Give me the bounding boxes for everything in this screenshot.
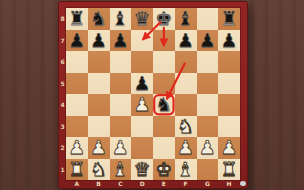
square-d8[interactable]: ♛	[131, 8, 153, 30]
square-e8[interactable]: ♚	[153, 8, 175, 30]
white-pawn-f2[interactable]: ♟	[177, 138, 194, 157]
square-f6[interactable]	[175, 51, 197, 73]
rank-label-6: 6	[59, 58, 66, 65]
square-a3[interactable]	[66, 116, 88, 138]
square-g3[interactable]	[197, 116, 219, 138]
square-f7[interactable]: ♟	[175, 30, 197, 52]
square-e4[interactable]: ♞	[153, 94, 175, 116]
square-c8[interactable]: ♝	[110, 8, 132, 30]
square-d7[interactable]	[131, 30, 153, 52]
white-bishop-f1[interactable]: ♝	[177, 159, 194, 178]
black-rook-a8[interactable]: ♜	[68, 9, 85, 28]
square-h7[interactable]: ♟	[218, 30, 240, 52]
square-b3[interactable]	[88, 116, 110, 138]
file-label-G: G	[197, 180, 219, 188]
black-pawn-b7[interactable]: ♟	[90, 30, 107, 49]
square-d1[interactable]: ♛	[131, 159, 153, 181]
square-d6[interactable]	[131, 51, 153, 73]
black-knight-e4[interactable]: ♞	[155, 95, 172, 114]
rank-label-5: 5	[59, 80, 66, 87]
square-f4[interactable]	[175, 94, 197, 116]
square-a6[interactable]	[66, 51, 88, 73]
square-f2[interactable]: ♟	[175, 137, 197, 159]
white-bishop-c1[interactable]: ♝	[112, 159, 129, 178]
rank-label-8: 8	[59, 15, 66, 22]
white-knight-b1[interactable]: ♞	[90, 159, 107, 178]
white-pawn-c2[interactable]: ♟	[112, 138, 129, 157]
rank-label-2: 2	[59, 144, 66, 151]
square-c3[interactable]	[110, 116, 132, 138]
square-b5[interactable]	[88, 73, 110, 95]
square-a4[interactable]	[66, 94, 88, 116]
square-g6[interactable]	[197, 51, 219, 73]
square-b8[interactable]: ♞	[88, 8, 110, 30]
black-queen-d8[interactable]: ♛	[134, 9, 151, 28]
white-pawn-d4[interactable]: ♟	[134, 95, 151, 114]
square-f5[interactable]	[175, 73, 197, 95]
corner-dot	[240, 181, 246, 187]
square-c2[interactable]: ♟	[110, 137, 132, 159]
square-e6[interactable]	[153, 51, 175, 73]
square-f8[interactable]: ♝	[175, 8, 197, 30]
black-rook-h8[interactable]: ♜	[221, 9, 238, 28]
square-b6[interactable]	[88, 51, 110, 73]
square-h6[interactable]	[218, 51, 240, 73]
file-label-B: B	[88, 180, 110, 188]
square-c7[interactable]: ♟	[110, 30, 132, 52]
square-b1[interactable]: ♞	[88, 159, 110, 181]
square-e2[interactable]	[153, 137, 175, 159]
square-a7[interactable]: ♟	[66, 30, 88, 52]
rank-label-1: 1	[59, 166, 66, 173]
chess-board: ♜♞♝♛♚♝♜♟♟♟♟♟♟♟♟♞♞♟♟♟♟♟♟♜♞♝♛♚♝♜ 87654321 …	[59, 2, 247, 188]
square-g1[interactable]	[197, 159, 219, 181]
square-a2[interactable]: ♟	[66, 137, 88, 159]
square-g8[interactable]	[197, 8, 219, 30]
rank-label-7: 7	[59, 37, 66, 44]
square-e1[interactable]: ♚	[153, 159, 175, 181]
square-e5[interactable]	[153, 73, 175, 95]
square-h3[interactable]	[218, 116, 240, 138]
square-d3[interactable]	[131, 116, 153, 138]
black-bishop-f8[interactable]: ♝	[177, 9, 194, 28]
white-knight-f3[interactable]: ♞	[177, 116, 194, 135]
square-a8[interactable]: ♜	[66, 8, 88, 30]
black-pawn-h7[interactable]: ♟	[221, 30, 238, 49]
file-label-A: A	[66, 180, 88, 188]
black-pawn-c7[interactable]: ♟	[112, 30, 129, 49]
white-king-e1[interactable]: ♚	[155, 159, 172, 178]
square-g5[interactable]	[197, 73, 219, 95]
file-label-D: D	[131, 180, 153, 188]
black-pawn-a7[interactable]: ♟	[68, 30, 85, 49]
white-pawn-g2[interactable]: ♟	[199, 138, 216, 157]
wood-background: ♜♞♝♛♚♝♜♟♟♟♟♟♟♟♟♞♞♟♟♟♟♟♟♜♞♝♛♚♝♜ 87654321 …	[0, 0, 304, 190]
file-label-E: E	[153, 180, 175, 188]
white-rook-h1[interactable]: ♜	[221, 159, 238, 178]
square-h1[interactable]: ♜	[218, 159, 240, 181]
square-h5[interactable]	[218, 73, 240, 95]
black-knight-b8[interactable]: ♞	[90, 9, 107, 28]
square-f3[interactable]: ♞	[175, 116, 197, 138]
square-h8[interactable]: ♜	[218, 8, 240, 30]
square-f1[interactable]: ♝	[175, 159, 197, 181]
square-a1[interactable]: ♜	[66, 159, 88, 181]
square-g7[interactable]: ♟	[197, 30, 219, 52]
white-pawn-b2[interactable]: ♟	[90, 138, 107, 157]
square-h4[interactable]	[218, 94, 240, 116]
black-king-e8[interactable]: ♚	[155, 9, 172, 28]
square-c5[interactable]	[110, 73, 132, 95]
square-b2[interactable]: ♟	[88, 137, 110, 159]
white-rook-a1[interactable]: ♜	[68, 159, 85, 178]
file-label-F: F	[175, 180, 197, 188]
square-c4[interactable]	[110, 94, 132, 116]
square-d5[interactable]: ♟	[131, 73, 153, 95]
square-c1[interactable]: ♝	[110, 159, 132, 181]
white-queen-d1[interactable]: ♛	[134, 159, 151, 178]
white-pawn-h2[interactable]: ♟	[221, 138, 238, 157]
square-g2[interactable]: ♟	[197, 137, 219, 159]
rank-label-4: 4	[59, 101, 66, 108]
black-pawn-d5[interactable]: ♟	[134, 73, 151, 92]
square-b4[interactable]	[88, 94, 110, 116]
white-pawn-a2[interactable]: ♟	[68, 138, 85, 157]
board-squares: ♜♞♝♛♚♝♜♟♟♟♟♟♟♟♟♞♞♟♟♟♟♟♟♜♞♝♛♚♝♜	[66, 8, 240, 180]
square-g4[interactable]	[197, 94, 219, 116]
square-d4[interactable]: ♟	[131, 94, 153, 116]
file-label-C: C	[110, 180, 132, 188]
square-h2[interactable]: ♟	[218, 137, 240, 159]
black-pawn-g7[interactable]: ♟	[199, 30, 216, 49]
square-b7[interactable]: ♟	[88, 30, 110, 52]
square-d2[interactable]	[131, 137, 153, 159]
file-label-H: H	[218, 180, 240, 188]
square-e3[interactable]	[153, 116, 175, 138]
rank-label-3: 3	[59, 123, 66, 130]
square-e7[interactable]	[153, 30, 175, 52]
black-pawn-f7[interactable]: ♟	[177, 30, 194, 49]
square-c6[interactable]	[110, 51, 132, 73]
square-a5[interactable]	[66, 73, 88, 95]
black-bishop-c8[interactable]: ♝	[112, 9, 129, 28]
